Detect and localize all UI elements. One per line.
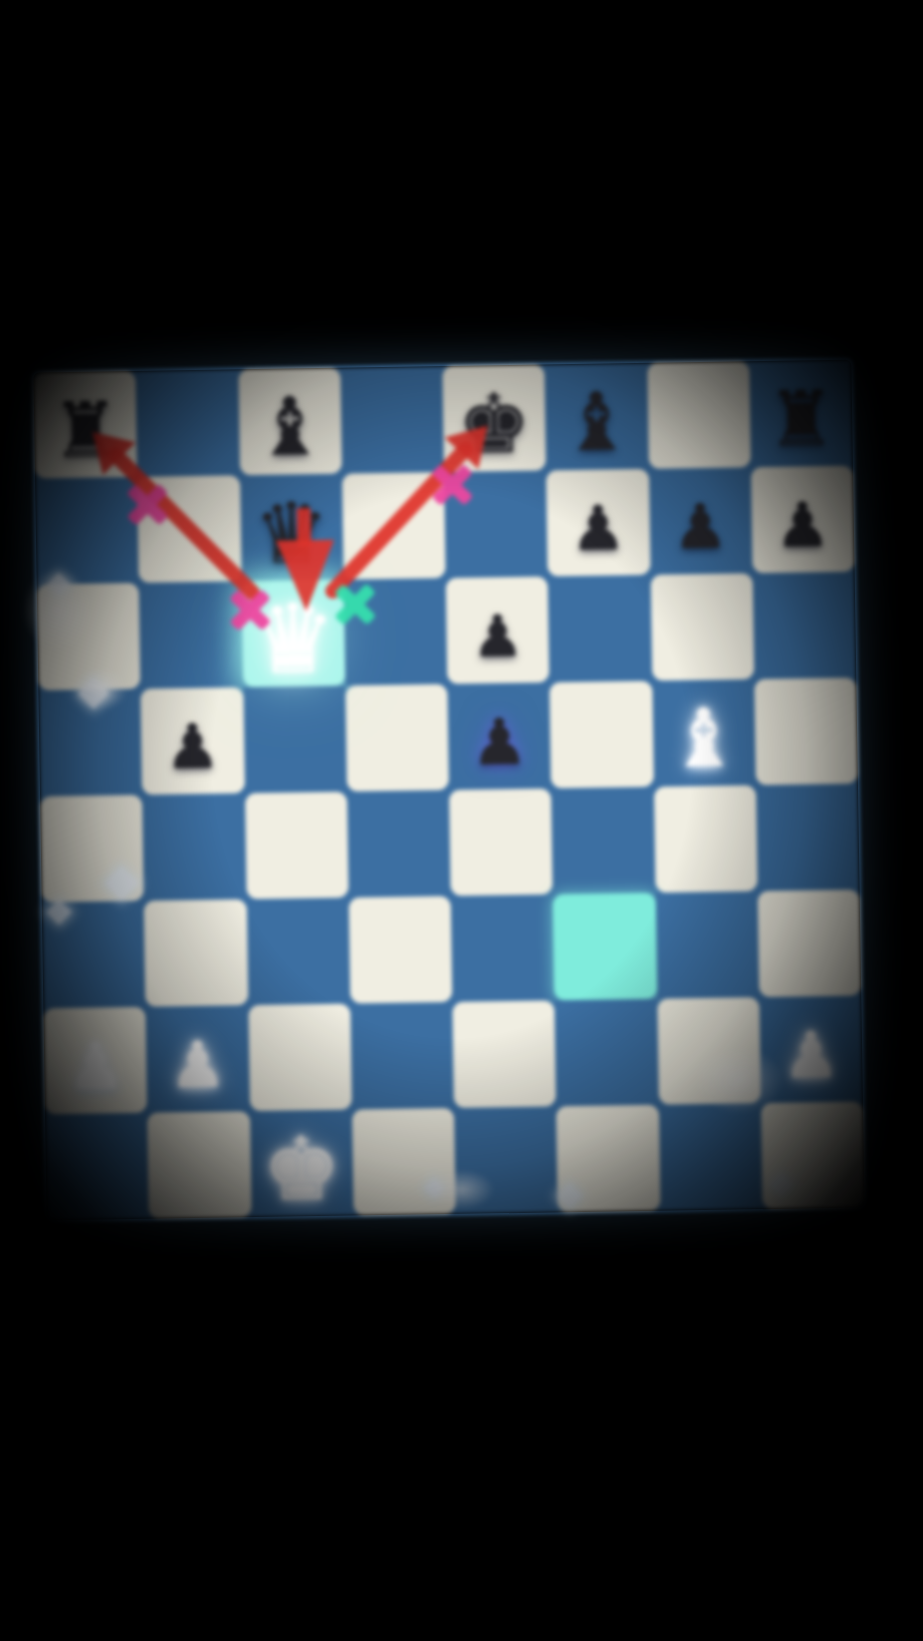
phone-screen-photo: ♜♝♚♝♜♛♟♟♟♟♟♟♛♝♚♟♟♟ — [0, 0, 923, 1641]
board-blur-layer: ♜♝♚♝♜♛♟♟♟♟♟♟♛♝♚♟♟♟ — [33, 360, 864, 1221]
chess-board[interactable]: ♜♝♚♝♜♛♟♟♟♟♟♟♛♝♚♟♟♟ — [33, 360, 864, 1221]
